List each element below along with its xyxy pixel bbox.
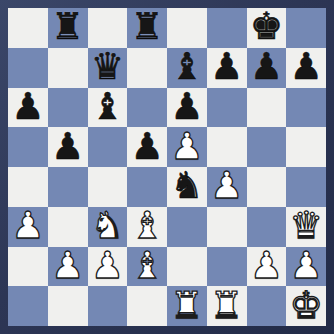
square-b1[interactable] [48,286,88,326]
square-d3[interactable]: ♝ [127,207,167,247]
square-g5[interactable] [247,127,287,167]
square-h5[interactable] [286,127,326,167]
piece-black-rook-d8[interactable]: ♜ [131,8,164,45]
square-e1[interactable]: ♜ [167,286,207,326]
piece-white-knight-c3[interactable]: ♞ [91,207,124,244]
square-f8[interactable] [207,8,247,48]
square-g8[interactable]: ♚ [247,8,287,48]
piece-white-king-h1[interactable]: ♚ [290,287,323,324]
square-h2[interactable]: ♟ [286,247,326,287]
square-h7[interactable]: ♟ [286,48,326,88]
square-f4[interactable]: ♟ [207,167,247,207]
piece-white-pawn-f4[interactable]: ♟ [210,167,243,204]
piece-white-pawn-a3[interactable]: ♟ [11,207,44,244]
square-b6[interactable] [48,88,88,128]
piece-white-pawn-e5[interactable]: ♟ [170,128,203,165]
square-a3[interactable]: ♟ [8,207,48,247]
square-a8[interactable] [8,8,48,48]
square-e4[interactable]: ♞ [167,167,207,207]
square-c4[interactable] [88,167,128,207]
square-g4[interactable] [247,167,287,207]
square-g3[interactable] [247,207,287,247]
piece-white-rook-e1[interactable]: ♜ [170,287,203,324]
square-e6[interactable]: ♟ [167,88,207,128]
piece-black-rook-b8[interactable]: ♜ [51,8,84,45]
square-h3[interactable]: ♛ [286,207,326,247]
square-b3[interactable] [48,207,88,247]
piece-black-queen-c7[interactable]: ♛ [91,48,124,85]
square-f7[interactable]: ♟ [207,48,247,88]
square-d5[interactable]: ♟ [127,127,167,167]
square-e2[interactable] [167,247,207,287]
square-d4[interactable] [127,167,167,207]
piece-black-pawn-a6[interactable]: ♟ [11,88,44,125]
piece-black-pawn-e6[interactable]: ♟ [170,88,203,125]
square-d2[interactable]: ♝ [127,247,167,287]
square-c7[interactable]: ♛ [88,48,128,88]
piece-white-pawn-g2[interactable]: ♟ [250,247,283,284]
chess-board: ♜♜♚♛♝♟♟♟♟♝♟♟♟♟♞♟♟♞♝♛♟♟♝♟♟♜♜♚ [8,8,326,326]
square-f1[interactable]: ♜ [207,286,247,326]
square-g7[interactable]: ♟ [247,48,287,88]
piece-white-pawn-b2[interactable]: ♟ [51,247,84,284]
square-a5[interactable] [8,127,48,167]
square-c8[interactable] [88,8,128,48]
square-f6[interactable] [207,88,247,128]
piece-white-bishop-d2[interactable]: ♝ [131,247,164,284]
square-h8[interactable] [286,8,326,48]
piece-black-pawn-d5[interactable]: ♟ [131,128,164,165]
square-c2[interactable]: ♟ [88,247,128,287]
piece-black-pawn-g7[interactable]: ♟ [250,48,283,85]
piece-black-pawn-f7[interactable]: ♟ [210,48,243,85]
piece-white-pawn-c2[interactable]: ♟ [91,247,124,284]
square-c1[interactable] [88,286,128,326]
square-a4[interactable] [8,167,48,207]
square-b8[interactable]: ♜ [48,8,88,48]
square-c5[interactable] [88,127,128,167]
square-h1[interactable]: ♚ [286,286,326,326]
piece-white-bishop-d3[interactable]: ♝ [131,207,164,244]
board-frame: ♜♜♚♛♝♟♟♟♟♝♟♟♟♟♞♟♟♞♝♛♟♟♝♟♟♜♜♚ [0,0,334,334]
square-a2[interactable] [8,247,48,287]
square-e3[interactable] [167,207,207,247]
square-d8[interactable]: ♜ [127,8,167,48]
piece-black-pawn-h7[interactable]: ♟ [290,48,323,85]
square-e7[interactable]: ♝ [167,48,207,88]
piece-black-king-g8[interactable]: ♚ [250,8,283,45]
piece-white-rook-f1[interactable]: ♜ [210,287,243,324]
square-g2[interactable]: ♟ [247,247,287,287]
square-b5[interactable]: ♟ [48,127,88,167]
square-c3[interactable]: ♞ [88,207,128,247]
square-b7[interactable] [48,48,88,88]
square-g1[interactable] [247,286,287,326]
piece-black-bishop-c6[interactable]: ♝ [91,88,124,125]
square-b4[interactable] [48,167,88,207]
square-a6[interactable]: ♟ [8,88,48,128]
square-a7[interactable] [8,48,48,88]
square-h6[interactable] [286,88,326,128]
piece-black-pawn-b5[interactable]: ♟ [51,128,84,165]
square-d6[interactable] [127,88,167,128]
square-b2[interactable]: ♟ [48,247,88,287]
square-e5[interactable]: ♟ [167,127,207,167]
piece-white-pawn-h2[interactable]: ♟ [290,247,323,284]
square-f5[interactable] [207,127,247,167]
square-f3[interactable] [207,207,247,247]
square-c6[interactable]: ♝ [88,88,128,128]
square-d7[interactable] [127,48,167,88]
piece-black-bishop-e7[interactable]: ♝ [170,48,203,85]
piece-white-queen-h3[interactable]: ♛ [290,207,323,244]
square-d1[interactable] [127,286,167,326]
square-f2[interactable] [207,247,247,287]
piece-black-knight-e4[interactable]: ♞ [170,167,203,204]
square-h4[interactable] [286,167,326,207]
square-e8[interactable] [167,8,207,48]
square-a1[interactable] [8,286,48,326]
square-g6[interactable] [247,88,287,128]
